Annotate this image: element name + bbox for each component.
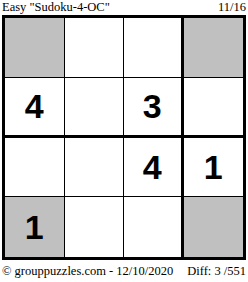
cell-r1c1[interactable] (5, 18, 65, 78)
cell-r1c2[interactable] (65, 18, 125, 78)
cell-r2c2[interactable] (65, 78, 125, 138)
cell-r3c1[interactable] (5, 138, 65, 198)
cell-r1c3[interactable] (124, 18, 184, 78)
cell-r2c4[interactable] (184, 78, 244, 138)
cell-r4c1[interactable]: 1 (5, 197, 65, 257)
cell-r3c3[interactable]: 4 (124, 138, 184, 198)
cell-r2c3[interactable]: 3 (124, 78, 184, 138)
cell-r3c2[interactable] (65, 138, 125, 198)
cell-r1c4[interactable] (184, 18, 244, 78)
cell-r4c3[interactable] (124, 197, 184, 257)
copyright-text: © grouppuzzles.com - 12/10/2020 (2, 264, 173, 278)
cell-r3c4[interactable]: 1 (184, 138, 244, 198)
puzzle-header: Easy "Sudoku-4-OC" 11/16 (2, 0, 246, 14)
difficulty-text: Diff: 3 /551 (187, 264, 246, 278)
sudoku-board: 4 3 4 1 1 (2, 15, 246, 260)
cell-r4c2[interactable] (65, 197, 125, 257)
puzzle-title: Easy "Sudoku-4-OC" (2, 0, 110, 14)
cell-r4c4[interactable] (184, 197, 244, 257)
puzzle-footer: © grouppuzzles.com - 12/10/2020 Diff: 3 … (2, 264, 246, 278)
cell-r2c1[interactable]: 4 (5, 78, 65, 138)
puzzle-counter: 11/16 (218, 0, 246, 14)
